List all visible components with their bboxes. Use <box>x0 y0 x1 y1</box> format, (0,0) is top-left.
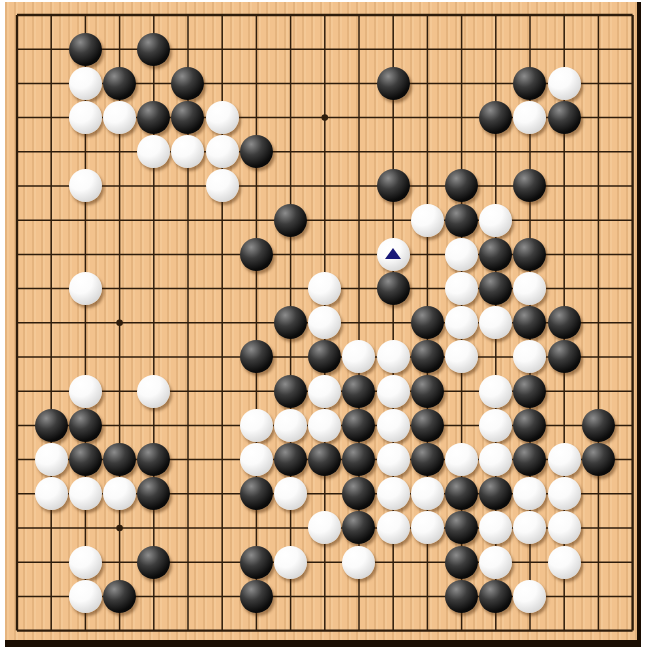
white-stone <box>479 204 512 237</box>
white-stone <box>69 477 102 510</box>
black-stone <box>445 169 478 202</box>
white-stone <box>308 511 341 544</box>
black-stone <box>513 306 546 339</box>
white-stone <box>513 101 546 134</box>
white-stone <box>377 511 410 544</box>
black-stone <box>411 375 444 408</box>
white-stone <box>69 101 102 134</box>
white-stone <box>308 409 341 442</box>
white-stone <box>377 238 410 271</box>
white-stone <box>513 477 546 510</box>
black-stone <box>240 340 273 373</box>
white-stone <box>548 511 581 544</box>
black-stone <box>137 33 170 66</box>
white-stone <box>69 580 102 613</box>
white-stone <box>274 477 307 510</box>
black-stone <box>445 477 478 510</box>
white-stone <box>548 443 581 476</box>
black-stone <box>411 409 444 442</box>
black-stone <box>274 375 307 408</box>
black-stone <box>103 67 136 100</box>
white-stone <box>548 477 581 510</box>
white-stone <box>206 169 239 202</box>
black-stone <box>137 477 170 510</box>
black-stone <box>582 409 615 442</box>
white-stone <box>513 272 546 305</box>
white-stone <box>69 375 102 408</box>
black-stone <box>69 409 102 442</box>
black-stone <box>513 169 546 202</box>
black-stone <box>103 580 136 613</box>
black-stone <box>411 306 444 339</box>
white-stone <box>35 443 68 476</box>
white-stone <box>137 375 170 408</box>
white-stone <box>240 409 273 442</box>
white-stone <box>308 272 341 305</box>
white-stone <box>274 546 307 579</box>
white-stone <box>308 375 341 408</box>
black-stone <box>377 272 410 305</box>
black-stone <box>137 101 170 134</box>
black-stone <box>308 443 341 476</box>
black-stone <box>137 443 170 476</box>
black-stone <box>342 409 375 442</box>
white-stone <box>411 204 444 237</box>
black-stone <box>240 546 273 579</box>
black-stone <box>240 580 273 613</box>
black-stone <box>342 443 375 476</box>
black-stone <box>445 511 478 544</box>
white-stone <box>377 443 410 476</box>
go-board-grid[interactable] <box>0 0 649 647</box>
black-stone <box>513 409 546 442</box>
black-stone <box>342 511 375 544</box>
white-stone <box>171 135 204 168</box>
white-stone <box>377 375 410 408</box>
white-stone <box>377 340 410 373</box>
white-stone <box>513 580 546 613</box>
black-stone <box>479 580 512 613</box>
black-stone <box>377 67 410 100</box>
white-stone <box>445 340 478 373</box>
white-stone <box>445 238 478 271</box>
black-stone <box>69 33 102 66</box>
black-stone <box>342 375 375 408</box>
white-stone <box>445 272 478 305</box>
white-stone <box>240 443 273 476</box>
white-stone <box>479 511 512 544</box>
white-stone <box>513 511 546 544</box>
black-stone <box>479 477 512 510</box>
white-stone <box>69 67 102 100</box>
white-stone <box>445 306 478 339</box>
black-stone <box>171 67 204 100</box>
black-stone <box>240 477 273 510</box>
black-stone <box>377 169 410 202</box>
black-stone <box>103 443 136 476</box>
black-stone <box>513 67 546 100</box>
black-stone <box>445 580 478 613</box>
black-stone <box>240 238 273 271</box>
black-stone <box>308 340 341 373</box>
white-stone <box>479 443 512 476</box>
black-stone <box>548 101 581 134</box>
go-board[interactable] <box>5 2 641 647</box>
white-stone <box>548 546 581 579</box>
white-stone <box>411 477 444 510</box>
white-stone <box>342 340 375 373</box>
black-stone <box>274 204 307 237</box>
black-stone <box>582 443 615 476</box>
black-stone <box>240 135 273 168</box>
black-stone <box>513 443 546 476</box>
white-stone <box>103 101 136 134</box>
black-stone <box>479 238 512 271</box>
black-stone <box>342 477 375 510</box>
white-stone <box>206 101 239 134</box>
black-stone <box>479 101 512 134</box>
white-stone <box>513 340 546 373</box>
white-stone <box>274 409 307 442</box>
black-stone <box>274 306 307 339</box>
white-stone <box>548 67 581 100</box>
white-stone <box>69 272 102 305</box>
white-stone <box>69 169 102 202</box>
white-stone <box>69 546 102 579</box>
white-stone <box>479 546 512 579</box>
black-stone <box>411 443 444 476</box>
triangle-marker-icon <box>385 248 401 259</box>
black-stone <box>513 238 546 271</box>
white-stone <box>377 477 410 510</box>
black-stone <box>69 443 102 476</box>
white-stone <box>411 511 444 544</box>
black-stone <box>513 375 546 408</box>
black-stone <box>411 340 444 373</box>
go-game-screenshot <box>0 0 650 648</box>
black-stone <box>445 204 478 237</box>
white-stone <box>342 546 375 579</box>
white-stone <box>479 375 512 408</box>
black-stone <box>274 443 307 476</box>
white-stone <box>35 477 68 510</box>
black-stone <box>137 546 170 579</box>
white-stone <box>479 306 512 339</box>
black-stone <box>479 272 512 305</box>
white-stone <box>103 477 136 510</box>
white-stone <box>377 409 410 442</box>
white-stone <box>445 443 478 476</box>
black-stone <box>35 409 68 442</box>
black-stone <box>548 306 581 339</box>
white-stone <box>479 409 512 442</box>
black-stone <box>548 340 581 373</box>
white-stone <box>137 135 170 168</box>
white-stone <box>308 306 341 339</box>
black-stone <box>171 101 204 134</box>
black-stone <box>445 546 478 579</box>
white-stone <box>206 135 239 168</box>
